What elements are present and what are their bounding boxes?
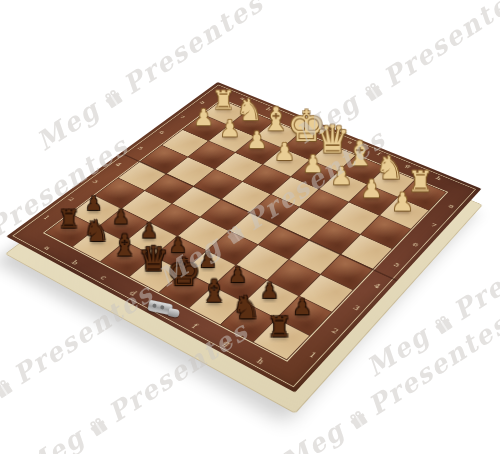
board-scene: ♜♞♝♚♛♝♞♜♟♟♟♟♟♟♟♟♟♟♟♟♟♟♟♟♜♞♝♛♚♝♞♜ aabbccd… [0, 0, 500, 454]
product-photo: ♜♞♝♚♛♝♞♜♟♟♟♟♟♟♟♟♟♟♟♟♟♟♟♟♜♞♝♛♚♝♞♜ aabbccd… [0, 0, 500, 454]
rank-label-7: 7 [178, 115, 187, 120]
file-label-b: b [70, 259, 80, 266]
file-label-g: g [221, 339, 232, 348]
file-label-c: c [291, 117, 299, 122]
rank-label-3: 3 [351, 304, 361, 312]
board-grid: ♜♞♝♚♛♝♞♜♟♟♟♟♟♟♟♟♟♟♟♟♟♟♟♟♜♞♝♛♚♝♞♜ [44, 99, 446, 360]
white-king-piece: ♚ [287, 104, 319, 147]
chess-board: ♜♞♝♚♛♝♞♜♟♟♟♟♟♟♟♟♟♟♟♟♟♟♟♟♜♞♝♛♚♝♞♜ aabbccd… [6, 82, 481, 392]
rank-label-6: 6 [157, 130, 166, 135]
black-rook-piece: ♜ [51, 207, 87, 232]
file-label-h: h [434, 175, 443, 181]
board-square-h7: ♟ [380, 198, 428, 229]
rank-label-1: 1 [41, 214, 51, 221]
rank-label-3: 3 [91, 179, 101, 185]
rank-label-7: 7 [429, 222, 438, 229]
file-label-f: f [375, 151, 382, 156]
rank-label-4: 4 [372, 282, 382, 290]
white-rook-piece: ♜ [403, 168, 437, 197]
rank-label-8: 8 [198, 100, 206, 105]
file-label-a: a [239, 96, 247, 101]
white-queen-piece: ♛ [315, 120, 348, 159]
file-label-d: d [128, 290, 139, 298]
file-label-g: g [404, 163, 413, 169]
file-label-a: a [42, 244, 52, 251]
rank-label-5: 5 [136, 145, 145, 151]
rank-label-6: 6 [411, 241, 420, 248]
file-label-e: e [346, 140, 354, 145]
rank-label-1: 1 [307, 351, 318, 360]
rank-label-2: 2 [66, 196, 76, 202]
rank-label-5: 5 [392, 261, 401, 268]
file-label-b: b [264, 106, 272, 111]
file-label-h: h [255, 357, 266, 366]
white-rook-piece: ♜ [208, 88, 239, 114]
file-label-f: f [190, 323, 199, 330]
rank-label-2: 2 [330, 327, 340, 335]
rank-label-4: 4 [114, 162, 123, 168]
rank-label-8: 8 [447, 203, 456, 209]
file-label-d: d [318, 128, 326, 133]
file-label-c: c [98, 274, 108, 281]
